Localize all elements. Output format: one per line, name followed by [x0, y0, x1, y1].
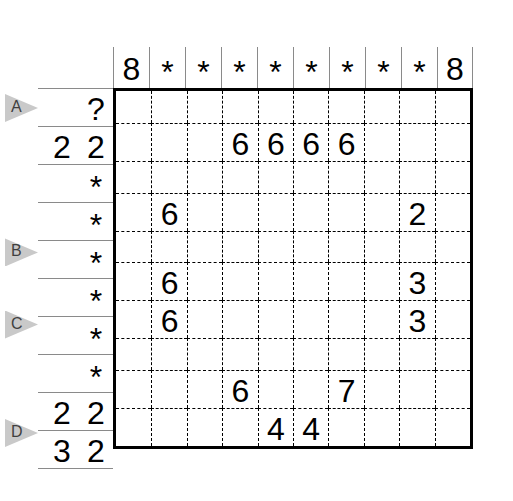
top-clue-cell: *	[365, 47, 401, 88]
grid-cell[interactable]: 4	[258, 408, 293, 446]
top-clue-cell: *	[401, 47, 437, 88]
grid-cell[interactable]	[293, 91, 328, 123]
grid-cell[interactable]: 3	[399, 262, 434, 300]
left-clue-row: *	[38, 240, 113, 278]
cell-number: 6	[231, 126, 249, 163]
grid-cell[interactable]	[151, 161, 186, 193]
grid-cell[interactable]	[187, 91, 222, 123]
grid-cell[interactable]	[151, 370, 186, 408]
grid-cell[interactable]	[258, 161, 293, 193]
cell-number: 6	[267, 126, 285, 163]
grid-cell[interactable]: 6	[151, 193, 186, 231]
grid-cell[interactable]	[364, 370, 399, 408]
left-clue-value: 2	[79, 433, 113, 470]
puzzle-grid: 66666263636744	[113, 88, 473, 449]
left-clue-value: *	[79, 359, 113, 396]
grid-cell[interactable]	[435, 370, 470, 408]
left-clue-value: *	[79, 245, 113, 282]
marker-label: C	[11, 315, 23, 333]
left-clue-value: *	[79, 207, 113, 244]
top-clue-value: 8	[446, 51, 464, 88]
cell-number: 3	[408, 265, 426, 302]
grid-cell[interactable]	[328, 262, 363, 300]
grid-cell[interactable]	[116, 408, 151, 446]
grid-cell[interactable]	[258, 370, 293, 408]
cell-number: 3	[408, 303, 426, 340]
top-clue-value: *	[341, 54, 353, 91]
grid-cell[interactable]	[399, 408, 434, 446]
grid-cell[interactable]	[399, 370, 434, 408]
grid-cell[interactable]	[258, 300, 293, 338]
top-clue-cell: *	[185, 47, 221, 88]
grid-cell[interactable]: 6	[222, 370, 257, 408]
grid-cell[interactable]	[399, 123, 434, 161]
left-clue-row: *	[38, 278, 113, 316]
grid-cell[interactable]	[116, 262, 151, 300]
grid-cell[interactable]	[399, 338, 434, 370]
grid-cell[interactable]	[435, 300, 470, 338]
cell-number: 6	[161, 196, 179, 233]
top-clue-cell: *	[329, 47, 365, 88]
grid-cell[interactable]	[435, 338, 470, 370]
cell-number: 4	[302, 411, 320, 448]
left-clue-value: 2	[79, 129, 113, 166]
top-clue-cell: *	[149, 47, 185, 88]
grid-cell[interactable]	[187, 338, 222, 370]
row-marker-B: B	[5, 238, 38, 266]
top-clue-cell: *	[221, 47, 257, 88]
cell-number: 6	[302, 126, 320, 163]
grid-cell[interactable]	[293, 231, 328, 263]
top-clue-cell: *	[257, 47, 293, 88]
grid-cell[interactable]: 2	[399, 193, 434, 231]
grid-cell[interactable]	[328, 231, 363, 263]
grid-cell[interactable]	[222, 262, 257, 300]
row-marker-C: C	[5, 311, 38, 339]
left-clue-value: *	[79, 321, 113, 358]
left-clue-value: 2	[79, 395, 113, 432]
marker-label: A	[11, 98, 22, 116]
grid-cell[interactable]	[293, 262, 328, 300]
left-clue-row: ?	[38, 88, 113, 126]
grid-cell[interactable]	[328, 193, 363, 231]
grid-cell[interactable]	[151, 91, 186, 123]
grid-cell[interactable]	[293, 193, 328, 231]
cell-number: 6	[231, 373, 249, 410]
left-clue-value: 3	[45, 433, 79, 470]
top-clue-value: *	[305, 54, 317, 91]
puzzle-board: 8********8 ?22******2232 66666263636744 …	[0, 0, 513, 501]
left-clues: ?22******2232	[38, 88, 113, 449]
left-clue-value: 2	[45, 129, 79, 166]
top-clue-cell: *	[293, 47, 329, 88]
grid-cell[interactable]	[258, 262, 293, 300]
grid-cell[interactable]	[116, 231, 151, 263]
left-clue-value: *	[79, 283, 113, 320]
grid-cell[interactable]	[222, 408, 257, 446]
grid-cell[interactable]	[258, 193, 293, 231]
left-clue-row: 22	[38, 392, 113, 430]
grid-cell[interactable]	[364, 231, 399, 263]
grid-cell[interactable]: 7	[328, 370, 363, 408]
grid-cell[interactable]	[435, 123, 470, 161]
grid-cell[interactable]	[399, 161, 434, 193]
cell-number: 4	[267, 411, 285, 448]
cell-number: 7	[338, 373, 356, 410]
row-marker-D: D	[5, 419, 38, 447]
grid-cell[interactable]	[293, 161, 328, 193]
grid-cell[interactable]	[187, 123, 222, 161]
grid-cell[interactable]	[364, 408, 399, 446]
grid-cell[interactable]	[435, 161, 470, 193]
grid-cell[interactable]	[258, 91, 293, 123]
grid-cell[interactable]	[222, 231, 257, 263]
top-clue-value: *	[377, 54, 389, 91]
grid-cell[interactable]: 6	[151, 300, 186, 338]
grid-cell[interactable]	[328, 300, 363, 338]
grid-cell[interactable]	[187, 262, 222, 300]
grid-cell[interactable]	[435, 91, 470, 123]
grid-cell[interactable]	[116, 161, 151, 193]
grid-cell[interactable]	[293, 370, 328, 408]
cell-number: 6	[161, 265, 179, 302]
grid-cell[interactable]	[328, 408, 363, 446]
grid-cell[interactable]	[187, 370, 222, 408]
row-marker-A: A	[5, 94, 38, 122]
grid-cell[interactable]: 6	[258, 123, 293, 161]
grid-cell[interactable]	[364, 193, 399, 231]
left-clue-value: 2	[45, 395, 79, 432]
grid-cell[interactable]	[187, 193, 222, 231]
grid-cell[interactable]	[364, 300, 399, 338]
grid-cell[interactable]	[399, 231, 434, 263]
grid-cell[interactable]	[364, 91, 399, 123]
grid-cell[interactable]	[116, 123, 151, 161]
top-clue-value: *	[413, 54, 425, 91]
grid-cell[interactable]: 6	[328, 123, 363, 161]
grid-cell[interactable]	[293, 338, 328, 370]
grid-cell[interactable]	[364, 123, 399, 161]
grid-cell[interactable]	[328, 161, 363, 193]
left-clue-row: 32	[38, 430, 113, 469]
top-clue-cell: 8	[113, 47, 149, 88]
grid-cell[interactable]	[222, 338, 257, 370]
cell-number: 2	[408, 196, 426, 233]
grid-cell[interactable]	[435, 193, 470, 231]
grid-cell[interactable]: 6	[293, 123, 328, 161]
left-clue-row: *	[38, 164, 113, 202]
grid-cell[interactable]	[187, 408, 222, 446]
grid-cell[interactable]	[187, 231, 222, 263]
grid-cell[interactable]	[116, 300, 151, 338]
grid-cell[interactable]	[364, 161, 399, 193]
top-clue-value: *	[269, 54, 281, 91]
grid-cell[interactable]	[435, 262, 470, 300]
grid-cell[interactable]	[116, 370, 151, 408]
top-clue-value: *	[233, 54, 245, 91]
top-clue-value: 8	[123, 51, 141, 88]
grid-cell[interactable]	[293, 300, 328, 338]
grid-cell[interactable]	[222, 300, 257, 338]
grid-cell[interactable]	[435, 231, 470, 263]
grid-cell[interactable]	[364, 338, 399, 370]
grid-cell[interactable]: 6	[222, 123, 257, 161]
grid-cell[interactable]	[151, 231, 186, 263]
grid-cell[interactable]	[222, 161, 257, 193]
grid-cell[interactable]	[116, 338, 151, 370]
grid-cell[interactable]	[328, 91, 363, 123]
left-clue-value: *	[79, 169, 113, 206]
grid-cell[interactable]	[364, 262, 399, 300]
top-clue-cell: 8	[437, 47, 473, 88]
grid-cell[interactable]	[435, 408, 470, 446]
grid-cell[interactable]	[151, 123, 186, 161]
left-clue-row: *	[38, 202, 113, 240]
grid-cell[interactable]	[399, 91, 434, 123]
grid-cell[interactable]	[222, 91, 257, 123]
marker-label: B	[11, 243, 22, 261]
grid-cell[interactable]	[187, 161, 222, 193]
grid-cell[interactable]	[116, 193, 151, 231]
grid-cell[interactable]	[116, 91, 151, 123]
cell-number: 6	[161, 303, 179, 340]
top-clue-value: *	[197, 54, 209, 91]
top-clues: 8********8	[113, 47, 473, 88]
grid-cell[interactable]	[187, 300, 222, 338]
cell-number: 6	[338, 126, 356, 163]
grid-cell[interactable]	[222, 193, 257, 231]
left-clue-row: 22	[38, 126, 113, 164]
left-clue-row: *	[38, 316, 113, 354]
grid-cell[interactable]	[258, 338, 293, 370]
grid-cell[interactable]	[151, 338, 186, 370]
left-clue-value: ?	[79, 91, 113, 128]
grid-cell[interactable]: 4	[293, 408, 328, 446]
grid-cell[interactable]	[151, 408, 186, 446]
grid-cell[interactable]: 3	[399, 300, 434, 338]
grid-cell[interactable]	[328, 338, 363, 370]
grid-cell[interactable]: 6	[151, 262, 186, 300]
grid-cell[interactable]	[258, 231, 293, 263]
left-clue-row: *	[38, 354, 113, 392]
top-clue-value: *	[161, 54, 173, 91]
marker-label: D	[11, 423, 23, 441]
